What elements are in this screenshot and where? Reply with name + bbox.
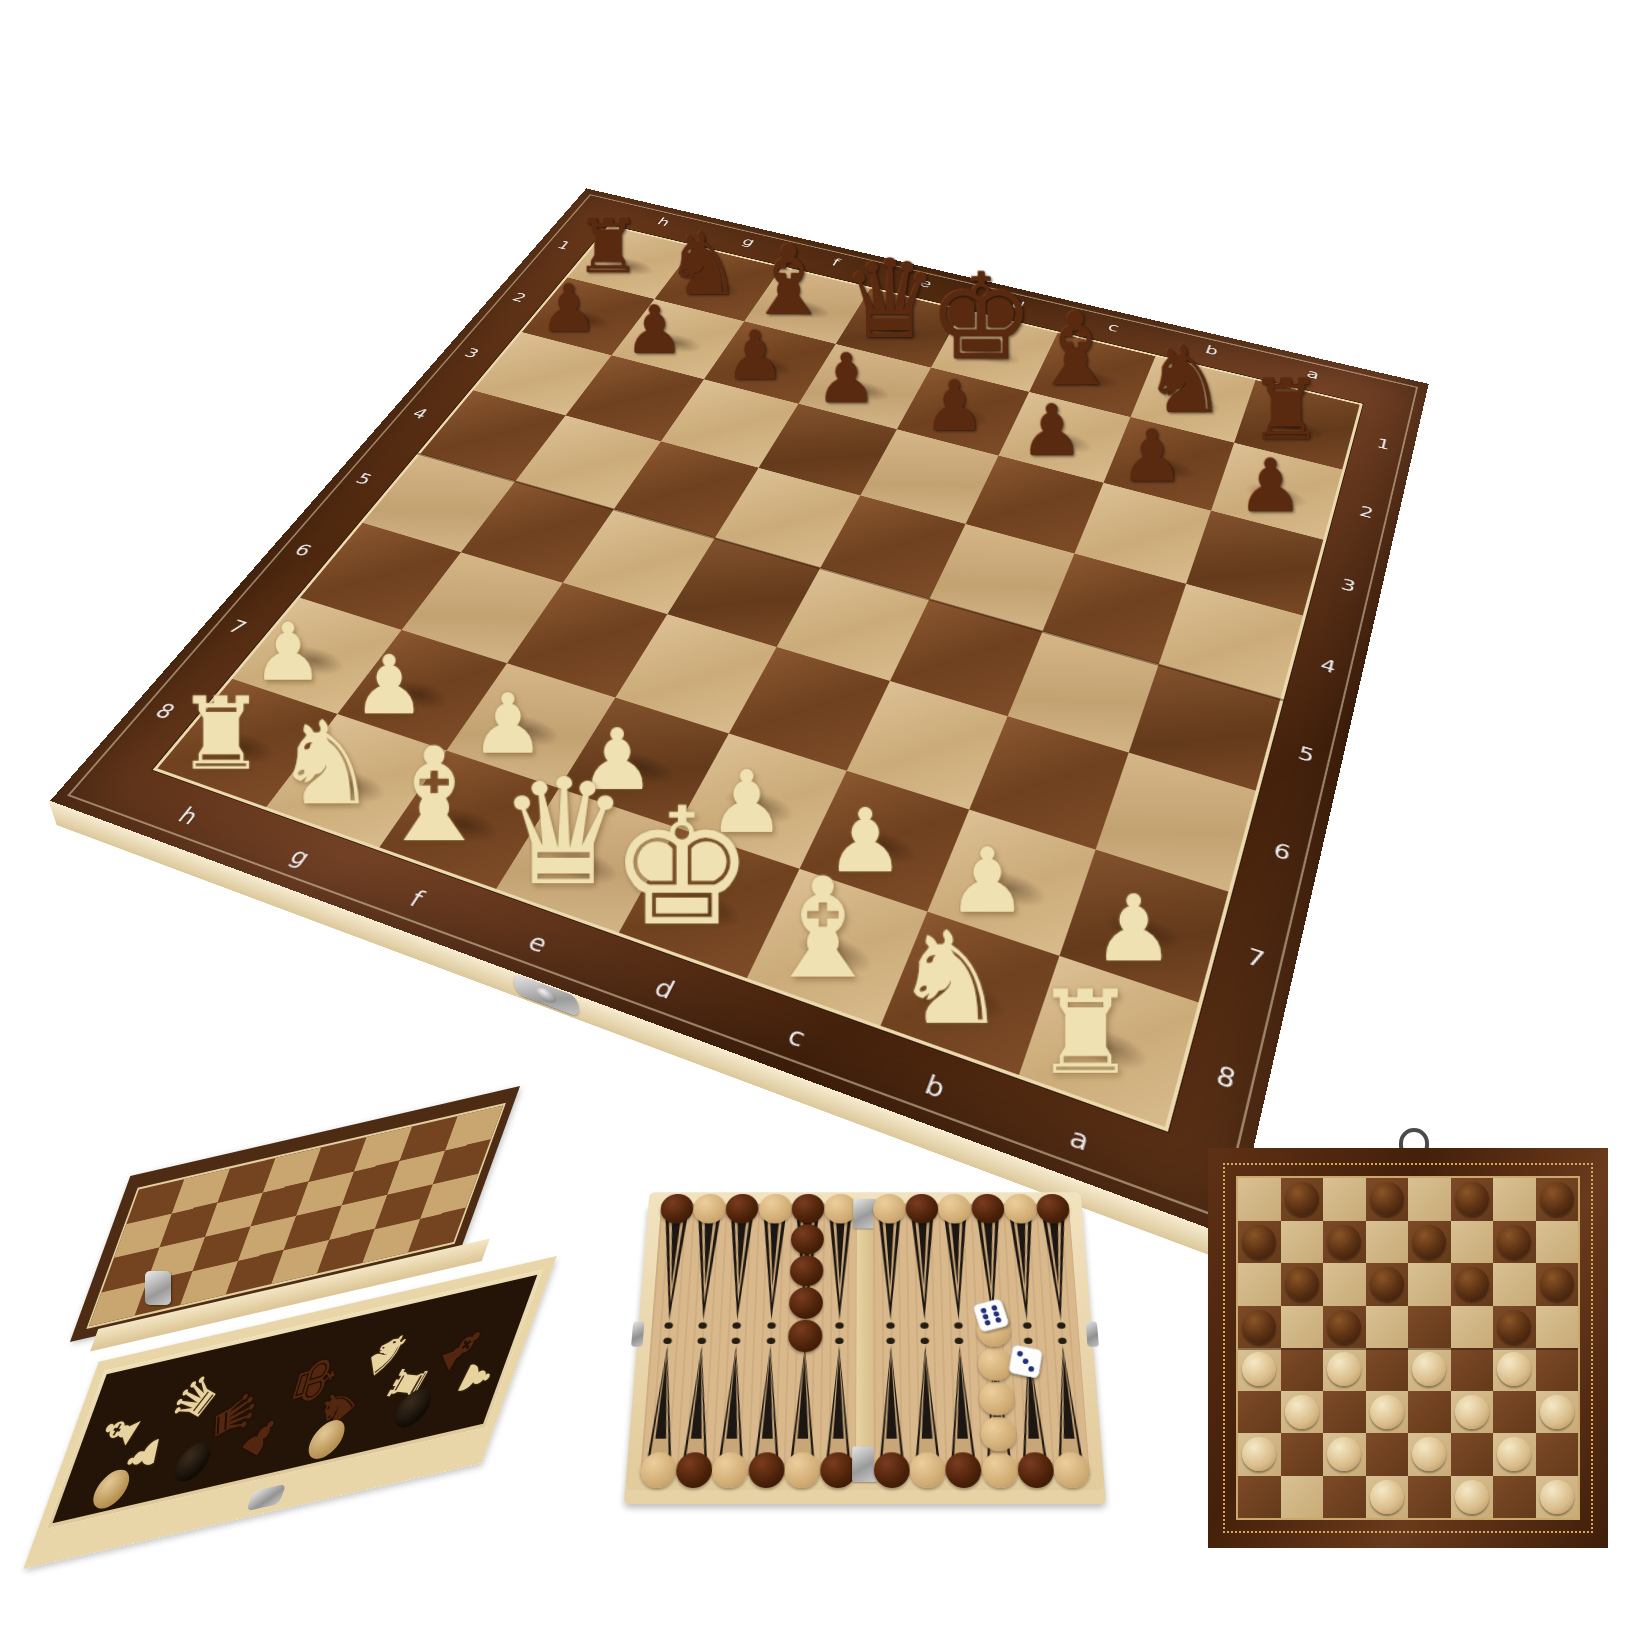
- checkers-square-r5c2: [1281, 1348, 1324, 1391]
- dark-checker: [1242, 1225, 1276, 1259]
- checkers-square-r8c8: [1536, 1476, 1579, 1519]
- checkers-square-r4c1: [1238, 1306, 1281, 1349]
- point-dot: [886, 1338, 895, 1344]
- rank-label-right-7: 7: [1244, 946, 1267, 973]
- checkers-square-r5c6: [1451, 1348, 1494, 1391]
- light-checker: [1327, 1437, 1361, 1471]
- folded-box-thumbnail: ♝♟♛♛♟♚♞♞♜♝♟: [25, 1095, 570, 1610]
- rank-label-left-5: 5: [352, 471, 375, 488]
- checkers-square-r7c2: [1281, 1433, 1324, 1476]
- clasp-latch-icon: [514, 973, 581, 1017]
- point-dot: [664, 1322, 673, 1328]
- checkers-square-r1c2: [1281, 1178, 1324, 1221]
- checkers-square-r7c1: [1238, 1433, 1281, 1476]
- checkers-square-r2c2: [1281, 1221, 1324, 1264]
- dark-checker-in-box: [169, 1439, 216, 1485]
- checkers-square-r3c2: [1281, 1263, 1324, 1306]
- right-stack-checker: [978, 1382, 1014, 1416]
- left-bottom-checker-6: [820, 1452, 856, 1488]
- dark-checker: [1285, 1182, 1319, 1216]
- checkers-square-r7c5: [1408, 1433, 1451, 1476]
- die-pip: [982, 1313, 989, 1320]
- checkers-square-r2c1: [1238, 1221, 1281, 1264]
- point-dot: [663, 1338, 672, 1344]
- rank-label-right-1: 1: [1375, 437, 1391, 453]
- backgammon-field: [640, 1204, 1090, 1476]
- checkers-square-r6c3: [1323, 1391, 1366, 1434]
- die-showing-3: [1008, 1344, 1043, 1379]
- checkers-square-r3c8: [1536, 1263, 1579, 1306]
- light-checker: [1455, 1395, 1489, 1429]
- dark-checker: [1455, 1267, 1489, 1301]
- light-checker: [1540, 1395, 1574, 1429]
- rank-label-right-4: 4: [1319, 657, 1338, 677]
- point-dot: [698, 1338, 707, 1344]
- checkers-square-r3c5: [1408, 1263, 1451, 1306]
- point-dot: [698, 1322, 707, 1328]
- die-pip: [1017, 1350, 1024, 1356]
- checkers-square-r5c5: [1408, 1348, 1451, 1391]
- dark-checker: [1497, 1225, 1531, 1259]
- point-dot: [1058, 1338, 1067, 1344]
- point-dot: [1057, 1322, 1066, 1328]
- backgammon-left-half: [640, 1204, 857, 1476]
- point-dot: [1024, 1338, 1033, 1344]
- checkers-square-r2c6: [1451, 1221, 1494, 1264]
- light-pawn: ♟: [1093, 883, 1176, 975]
- checkers-square-r4c2: [1281, 1306, 1324, 1349]
- checkers-square-r2c8: [1536, 1221, 1579, 1264]
- checkers-square-r5c7: [1493, 1348, 1536, 1391]
- checkers-board: [1208, 1148, 1608, 1548]
- checkers-square-r8c6: [1451, 1476, 1494, 1519]
- checkers-square-r7c6: [1451, 1433, 1494, 1476]
- checkers-square-r4c4: [1366, 1306, 1409, 1349]
- right-top-checker-2: [906, 1194, 939, 1224]
- point-dot: [954, 1322, 963, 1328]
- rank-label-left-3: 3: [461, 347, 482, 361]
- light-checker: [1455, 1480, 1489, 1514]
- checkers-square-r7c7: [1493, 1433, 1536, 1476]
- box-clasp-icon: [145, 1271, 171, 1305]
- dark-checker: [1497, 1310, 1531, 1344]
- checkers-square-r4c3: [1323, 1306, 1366, 1349]
- backgammon-right-half: [873, 1204, 1090, 1476]
- rank-label-right-5: 5: [1296, 744, 1316, 766]
- point-dot: [886, 1322, 895, 1328]
- rank-label-left-2: 2: [510, 291, 530, 304]
- point-dot: [766, 1338, 775, 1344]
- right-top-checker-3: [938, 1194, 972, 1224]
- checkers-square-r7c3: [1323, 1433, 1366, 1476]
- checkers-square-r8c2: [1281, 1476, 1324, 1519]
- file-label-bottom-h: h: [174, 805, 203, 829]
- point-dot: [1023, 1322, 1032, 1328]
- checkers-square-r5c1: [1238, 1348, 1281, 1391]
- light-checker: [1497, 1352, 1531, 1386]
- light-checker: [1497, 1437, 1531, 1471]
- light-checker: [1285, 1395, 1319, 1429]
- checkers-square-r1c1: [1238, 1178, 1281, 1221]
- file-label-bottom-c: c: [784, 1023, 809, 1052]
- rank-label-left-4: 4: [409, 407, 431, 422]
- light-knight: ♞: [274, 706, 378, 822]
- dark-checker: [1370, 1182, 1404, 1216]
- checkers-square-r8c3: [1323, 1476, 1366, 1519]
- checkers-square-r4c5: [1408, 1306, 1451, 1349]
- light-king: ♚: [609, 786, 754, 948]
- checkers-square-r6c2: [1281, 1391, 1324, 1434]
- light-checker: [1412, 1352, 1446, 1386]
- checkers-square-r2c5: [1408, 1221, 1451, 1264]
- rank-label-left-7: 7: [224, 618, 250, 638]
- backgammon-thumbnail: [585, 1075, 1145, 1595]
- point-dot: [920, 1322, 929, 1328]
- die-pip: [992, 1310, 999, 1317]
- point-dot: [732, 1338, 741, 1344]
- light-checker: [1242, 1352, 1276, 1386]
- dark-checker: [1455, 1182, 1489, 1216]
- light-checker-in-box: [88, 1466, 135, 1512]
- right-bottom-checker-3: [945, 1452, 982, 1488]
- file-label-bottom-f: f: [405, 888, 427, 912]
- rank-label-right-2: 2: [1358, 504, 1375, 521]
- die-pip: [980, 1307, 987, 1314]
- point-dot: [767, 1322, 776, 1328]
- checkers-square-r5c3: [1323, 1348, 1366, 1391]
- chess-photo-scene: ♜♞♝♛♚♝♞♜♟♟♟♟♟♟♟♟♟♟♟♟♟♟♟♟♜♞♝♛♚♝♞♜ hhggffe…: [55, 40, 1585, 1080]
- checkers-square-r8c4: [1366, 1476, 1409, 1519]
- cell-a4: [1159, 584, 1303, 699]
- point-dot: [835, 1322, 844, 1328]
- checkers-thumbnail: [1200, 1120, 1620, 1590]
- rank-label-left-6: 6: [291, 541, 315, 559]
- left-bottom-checker-4: [748, 1452, 785, 1488]
- checkers-grid: [1236, 1176, 1580, 1520]
- checkers-square-r7c4: [1366, 1433, 1409, 1476]
- dark-checker: [1285, 1267, 1319, 1301]
- light-checker: [1242, 1437, 1276, 1471]
- checkers-square-r6c7: [1493, 1391, 1536, 1434]
- point-dot: [733, 1322, 742, 1328]
- checkers-square-r1c8: [1536, 1178, 1579, 1221]
- left-bottom-checker-5: [784, 1452, 821, 1488]
- checkers-square-r4c7: [1493, 1306, 1536, 1349]
- checkers-square-r3c7: [1493, 1263, 1536, 1306]
- checkers-square-r1c3: [1323, 1178, 1366, 1221]
- right-top-checker-4: [971, 1194, 1005, 1224]
- point-dot: [955, 1338, 964, 1344]
- light-checker-in-box: [304, 1416, 351, 1462]
- dark-checker: [1327, 1225, 1361, 1259]
- checkers-square-r8c1: [1238, 1476, 1281, 1519]
- dark-checker: [1327, 1310, 1361, 1344]
- backgammon-left-latch-icon: [631, 1321, 644, 1346]
- checkers-square-r6c6: [1451, 1391, 1494, 1434]
- checkers-square-r2c4: [1366, 1221, 1409, 1264]
- checkers-square-r6c1: [1238, 1391, 1281, 1434]
- point-dot: [921, 1338, 930, 1344]
- dark-checker: [1540, 1182, 1574, 1216]
- light-checker: [1370, 1395, 1404, 1429]
- left-bottom-checker-1: [639, 1452, 677, 1488]
- checkers-square-r6c5: [1408, 1391, 1451, 1434]
- light-rook: ♜: [176, 685, 265, 785]
- box-front-catch-icon: [246, 1484, 286, 1512]
- light-knight: ♞: [894, 915, 1009, 1043]
- dark-checker: [1412, 1225, 1446, 1259]
- light-checker: [1327, 1352, 1361, 1386]
- checkers-square-r1c5: [1408, 1178, 1451, 1221]
- right-stack-checker: [977, 1348, 1013, 1381]
- die-pip: [1023, 1358, 1030, 1365]
- checkers-square-r2c3: [1323, 1221, 1366, 1264]
- dark-checker: [1242, 1310, 1276, 1344]
- checkers-square-r8c5: [1408, 1476, 1451, 1519]
- checkers-square-r1c6: [1451, 1178, 1494, 1221]
- file-label-bottom-e: e: [524, 930, 551, 957]
- die-pip: [990, 1304, 997, 1310]
- right-top-checker-1: [873, 1194, 906, 1224]
- checkers-square-r3c4: [1366, 1263, 1409, 1306]
- checkers-square-r6c4: [1366, 1391, 1409, 1434]
- checkers-square-r7c8: [1536, 1433, 1579, 1476]
- die-pip: [984, 1319, 991, 1326]
- checkers-square-r4c8: [1536, 1306, 1579, 1349]
- rank-label-left-8: 8: [151, 701, 178, 722]
- checkers-square-r1c7: [1493, 1178, 1536, 1221]
- backgammon-right-latch-icon: [1086, 1321, 1099, 1346]
- left-top-checker-6: [824, 1194, 857, 1224]
- file-label-bottom-d: d: [651, 975, 678, 1003]
- rank-label-right-3: 3: [1339, 577, 1357, 596]
- checkers-square-r8c7: [1493, 1476, 1536, 1519]
- checkers-square-r3c3: [1323, 1263, 1366, 1306]
- right-bottom-checker-1: [874, 1452, 910, 1488]
- checkers-fold-seam: [1238, 1348, 1578, 1350]
- right-top-checker-5: [1003, 1194, 1037, 1224]
- dark-checker: [1540, 1267, 1574, 1301]
- right-stack-checker: [980, 1417, 1017, 1452]
- light-checker: [1412, 1437, 1446, 1471]
- checkers-square-r5c8: [1536, 1348, 1579, 1391]
- checkers-square-r2c7: [1493, 1221, 1536, 1264]
- dark-checker: [1370, 1267, 1404, 1301]
- left-bottom-checker-3: [712, 1452, 749, 1488]
- left-bottom-checker-2: [675, 1452, 713, 1488]
- product-photo-page: ♜♞♝♛♚♝♞♜♟♟♟♟♟♟♟♟♟♟♟♟♟♟♟♟♜♞♝♛♚♝♞♜ hhggffe…: [0, 0, 1650, 1650]
- rank-label-left-1: 1: [555, 240, 574, 252]
- checkers-square-r1c4: [1366, 1178, 1409, 1221]
- rank-label-right-6: 6: [1271, 840, 1292, 865]
- file-label-bottom-g: g: [286, 845, 314, 870]
- light-checker: [1370, 1480, 1404, 1514]
- rank-label-right-8: 8: [1214, 1063, 1238, 1094]
- light-bishop: ♝: [376, 731, 492, 861]
- checkers-square-r4c6: [1451, 1306, 1494, 1349]
- checkers-square-r5c4: [1366, 1348, 1409, 1391]
- light-checker: [1540, 1480, 1574, 1514]
- checkers-square-r3c6: [1451, 1263, 1494, 1306]
- point-dot: [835, 1338, 844, 1344]
- backgammon-spine: [856, 1204, 874, 1476]
- die-pip: [994, 1317, 1001, 1324]
- right-bottom-checker-2: [910, 1452, 947, 1488]
- light-bishop: ♝: [760, 860, 884, 998]
- die-pip: [1028, 1366, 1035, 1373]
- backgammon-board: [625, 1192, 1105, 1490]
- checkers-square-r6c8: [1536, 1391, 1579, 1434]
- checkers-square-r3c1: [1238, 1263, 1281, 1306]
